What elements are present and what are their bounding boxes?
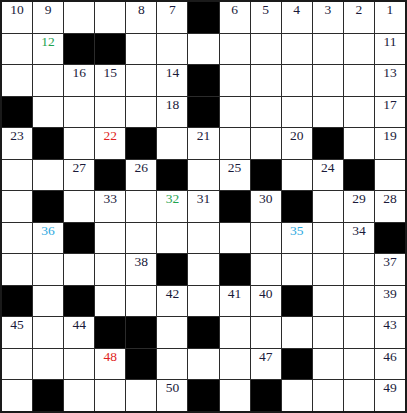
blocked-cell [220, 191, 250, 222]
grid-cell[interactable]: 49 [375, 380, 405, 411]
grid-cell[interactable]: 6 [220, 2, 250, 33]
grid-cell[interactable] [344, 128, 374, 159]
clue-number: 29 [352, 191, 366, 206]
grid-cell[interactable]: 29 [344, 191, 374, 222]
clue-number: 24 [321, 160, 335, 175]
grid-cell[interactable] [64, 97, 94, 128]
grid-cell[interactable]: 33 [95, 191, 125, 222]
grid-cell[interactable]: 44 [64, 317, 94, 348]
grid-cell[interactable] [33, 65, 63, 96]
blocked-cell [157, 254, 187, 285]
grid-cell[interactable] [126, 286, 156, 317]
grid-cell[interactable] [126, 97, 156, 128]
clue-number: 43 [383, 317, 397, 332]
clue-number: 18 [166, 97, 180, 112]
grid-cell[interactable] [313, 97, 343, 128]
clue-number: 6 [231, 2, 238, 17]
grid-cell[interactable]: 13 [375, 65, 405, 96]
grid-cell[interactable] [251, 97, 281, 128]
grid-cell[interactable] [95, 380, 125, 411]
grid-cell[interactable] [2, 380, 32, 411]
blocked-cell [95, 317, 125, 348]
clue-number: 20 [290, 128, 304, 143]
grid-cell[interactable]: 30 [251, 191, 281, 222]
grid-cell[interactable] [282, 317, 312, 348]
grid-cell[interactable]: 43 [375, 317, 405, 348]
clue-number: 19 [383, 128, 397, 143]
grid-cell[interactable] [282, 97, 312, 128]
clue-number: 26 [135, 160, 149, 175]
grid-cell[interactable] [282, 160, 312, 191]
grid-cell[interactable]: 22 [95, 128, 125, 159]
clue-number: 4 [293, 2, 300, 17]
blocked-cell [157, 160, 187, 191]
clue-number: 42 [166, 286, 180, 301]
clue-number: 23 [10, 128, 24, 143]
blocked-cell [33, 128, 63, 159]
clue-number: 41 [228, 286, 242, 301]
clue-number: 45 [10, 317, 24, 332]
blocked-cell [64, 34, 94, 65]
grid-cell[interactable] [313, 34, 343, 65]
clue-number: 30 [259, 191, 273, 206]
clue-number: 31 [197, 191, 211, 206]
grid-cell[interactable] [251, 34, 281, 65]
clue-number: 16 [72, 65, 86, 80]
grid-cell[interactable] [2, 65, 32, 96]
grid-cell[interactable] [344, 286, 374, 317]
clue-number: 14 [166, 65, 180, 80]
grid-cell[interactable]: 50 [157, 380, 187, 411]
grid-cell[interactable]: 27 [64, 160, 94, 191]
grid-cell[interactable] [251, 65, 281, 96]
blocked-cell [95, 34, 125, 65]
grid-cell[interactable]: 10 [2, 2, 32, 33]
blocked-cell [33, 380, 63, 411]
blocked-cell [188, 97, 218, 128]
clue-number: 11 [383, 34, 396, 49]
grid-cell[interactable] [220, 34, 250, 65]
grid-cell[interactable]: 9 [33, 2, 63, 33]
grid-cell[interactable]: 20 [282, 128, 312, 159]
blocked-cell [188, 2, 218, 33]
clue-number: 3 [324, 2, 331, 17]
grid-cell[interactable] [251, 128, 281, 159]
grid-cell[interactable] [2, 160, 32, 191]
grid-cell[interactable] [33, 160, 63, 191]
grid-cell[interactable] [344, 317, 374, 348]
grid-cell[interactable] [251, 223, 281, 254]
blocked-cell [126, 349, 156, 380]
grid-cell[interactable]: 3 [313, 2, 343, 33]
clue-number: 38 [135, 254, 149, 269]
grid-cell[interactable] [188, 254, 218, 285]
blocked-cell [95, 160, 125, 191]
grid-cell[interactable]: 23 [2, 128, 32, 159]
blocked-cell [282, 349, 312, 380]
grid-cell[interactable] [313, 254, 343, 285]
grid-cell[interactable]: 2 [344, 2, 374, 33]
grid-cell[interactable] [2, 349, 32, 380]
grid-cell[interactable]: 40 [251, 286, 281, 317]
grid-cell[interactable]: 36 [33, 223, 63, 254]
clue-number: 22 [104, 128, 118, 143]
grid-cell[interactable] [188, 349, 218, 380]
grid-cell[interactable] [33, 254, 63, 285]
clue-number: 8 [138, 2, 145, 17]
grid-cell[interactable] [33, 286, 63, 317]
grid-cell[interactable] [282, 34, 312, 65]
grid-cell[interactable]: 14 [157, 65, 187, 96]
grid-cell[interactable] [313, 223, 343, 254]
grid-cell[interactable] [64, 191, 94, 222]
blocked-cell [64, 286, 94, 317]
grid-cell[interactable] [64, 128, 94, 159]
grid-cell[interactable]: 26 [126, 160, 156, 191]
grid-cell[interactable]: 4 [282, 2, 312, 33]
grid-cell[interactable]: 5 [251, 2, 281, 33]
grid-cell[interactable] [95, 2, 125, 33]
grid-cell[interactable] [344, 97, 374, 128]
clue-number: 44 [72, 317, 86, 332]
clue-number: 49 [383, 380, 397, 395]
grid-cell[interactable] [188, 34, 218, 65]
grid-cell[interactable] [2, 191, 32, 222]
grid-cell[interactable]: 38 [126, 254, 156, 285]
grid-cell[interactable] [344, 254, 374, 285]
grid-cell[interactable] [313, 317, 343, 348]
grid-cell[interactable]: 41 [220, 286, 250, 317]
grid-cell[interactable] [126, 34, 156, 65]
grid-cell[interactable] [220, 65, 250, 96]
grid-cell[interactable] [157, 349, 187, 380]
grid-cell[interactable]: 11 [375, 34, 405, 65]
grid-cell[interactable] [95, 223, 125, 254]
blocked-cell [64, 223, 94, 254]
grid-cell[interactable] [64, 2, 94, 33]
clue-number: 12 [41, 34, 55, 49]
grid-cell[interactable] [313, 191, 343, 222]
clue-number: 7 [169, 2, 176, 17]
grid-cell[interactable] [188, 223, 218, 254]
clue-number: 1 [387, 2, 394, 17]
clue-number: 5 [262, 2, 269, 17]
grid-cell[interactable] [220, 317, 250, 348]
grid-cell[interactable] [95, 286, 125, 317]
blocked-cell [126, 128, 156, 159]
grid-cell[interactable] [2, 34, 32, 65]
blocked-cell [251, 380, 281, 411]
grid-cell[interactable]: 39 [375, 286, 405, 317]
grid-cell[interactable] [126, 65, 156, 96]
grid-cell[interactable] [188, 286, 218, 317]
grid-cell[interactable] [344, 34, 374, 65]
grid-cell[interactable] [126, 380, 156, 411]
blocked-cell [188, 65, 218, 96]
clue-number: 10 [10, 2, 24, 17]
blocked-cell [375, 223, 405, 254]
grid-cell[interactable] [33, 97, 63, 128]
grid-cell[interactable] [282, 65, 312, 96]
clue-number: 48 [104, 349, 118, 364]
grid-cell[interactable] [220, 128, 250, 159]
blocked-cell [282, 286, 312, 317]
grid-cell[interactable] [157, 223, 187, 254]
clue-number: 17 [383, 97, 397, 112]
clue-number: 40 [259, 286, 273, 301]
grid-cell[interactable] [344, 349, 374, 380]
clue-number: 47 [259, 349, 273, 364]
grid-cell[interactable] [282, 254, 312, 285]
grid-cell[interactable] [375, 160, 405, 191]
grid-cell[interactable] [33, 317, 63, 348]
grid-cell[interactable]: 15 [95, 65, 125, 96]
blocked-cell [2, 286, 32, 317]
grid-cell[interactable] [220, 380, 250, 411]
grid-cell[interactable] [64, 254, 94, 285]
grid-cell[interactable]: 47 [251, 349, 281, 380]
clue-number: 35 [290, 223, 304, 238]
grid-cell[interactable] [220, 349, 250, 380]
grid-cell[interactable]: 48 [95, 349, 125, 380]
clue-number: 50 [166, 380, 180, 395]
grid-cell[interactable]: 18 [157, 97, 187, 128]
blocked-cell [251, 160, 281, 191]
grid-cell[interactable] [157, 317, 187, 348]
grid-cell[interactable] [251, 317, 281, 348]
blocked-cell [33, 191, 63, 222]
grid-cell[interactable] [220, 223, 250, 254]
grid-cell[interactable] [313, 380, 343, 411]
clue-number: 21 [197, 128, 211, 143]
grid-cell[interactable]: 19 [375, 128, 405, 159]
grid-cell[interactable] [64, 349, 94, 380]
grid-cell[interactable] [2, 254, 32, 285]
blocked-cell [126, 317, 156, 348]
clue-number: 13 [383, 65, 397, 80]
clue-number: 36 [41, 223, 55, 238]
clue-number: 33 [104, 191, 118, 206]
grid-cell[interactable]: 37 [375, 254, 405, 285]
grid-cell[interactable]: 7 [157, 2, 187, 33]
crossword-page: 1098765432112111615141318172322212019272… [0, 0, 407, 413]
grid-cell[interactable]: 16 [64, 65, 94, 96]
clue-number: 15 [104, 65, 118, 80]
grid-cell[interactable] [313, 286, 343, 317]
grid-cell[interactable]: 42 [157, 286, 187, 317]
clue-number: 32 [166, 191, 180, 206]
grid-cell[interactable] [313, 349, 343, 380]
blocked-cell [282, 191, 312, 222]
grid-cell[interactable] [157, 34, 187, 65]
grid-cell[interactable]: 45 [2, 317, 32, 348]
grid-cell[interactable] [33, 349, 63, 380]
blocked-cell [188, 380, 218, 411]
grid-cell[interactable]: 1 [375, 2, 405, 33]
grid-cell[interactable] [282, 380, 312, 411]
grid-cell[interactable] [126, 191, 156, 222]
clue-number: 46 [383, 349, 397, 364]
grid-cell[interactable]: 32 [157, 191, 187, 222]
clue-number: 9 [45, 2, 52, 17]
grid-cell[interactable] [95, 254, 125, 285]
grid-cell[interactable] [188, 160, 218, 191]
clue-number: 39 [383, 286, 397, 301]
grid-cell[interactable]: 24 [313, 160, 343, 191]
blocked-cell [2, 97, 32, 128]
grid-cell[interactable] [95, 97, 125, 128]
crossword-grid: 1098765432112111615141318172322212019272… [0, 0, 407, 413]
grid-cell[interactable]: 46 [375, 349, 405, 380]
grid-cell[interactable]: 12 [33, 34, 63, 65]
blocked-cell [220, 254, 250, 285]
grid-cell[interactable]: 34 [344, 223, 374, 254]
clue-number: 25 [228, 160, 242, 175]
grid-cell[interactable] [157, 128, 187, 159]
clue-number: 28 [383, 191, 397, 206]
blocked-cell [188, 317, 218, 348]
grid-cell[interactable]: 25 [220, 160, 250, 191]
grid-cell[interactable]: 28 [375, 191, 405, 222]
grid-cell[interactable]: 21 [188, 128, 218, 159]
grid-cell[interactable]: 35 [282, 223, 312, 254]
grid-cell[interactable]: 31 [188, 191, 218, 222]
blocked-cell [344, 160, 374, 191]
grid-cell[interactable] [344, 65, 374, 96]
clue-number: 37 [383, 254, 397, 269]
grid-cell[interactable] [313, 65, 343, 96]
clue-number: 2 [356, 2, 363, 17]
grid-cell[interactable] [251, 254, 281, 285]
grid-cell[interactable] [220, 97, 250, 128]
grid-cell[interactable]: 8 [126, 2, 156, 33]
clue-number: 34 [352, 223, 366, 238]
blocked-cell [313, 128, 343, 159]
grid-cell[interactable] [126, 223, 156, 254]
grid-cell[interactable]: 17 [375, 97, 405, 128]
grid-cell[interactable] [344, 380, 374, 411]
grid-cell[interactable] [2, 223, 32, 254]
clue-number: 27 [72, 160, 86, 175]
grid-cell[interactable] [64, 380, 94, 411]
